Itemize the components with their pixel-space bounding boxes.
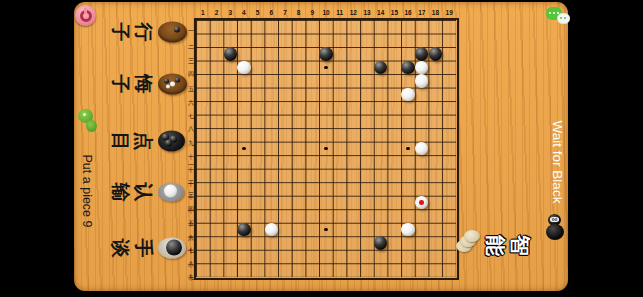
column-label: 12 [346, 9, 360, 16]
last-move-marker [419, 200, 424, 205]
black-stone-on-tray-icon [158, 238, 186, 259]
column-label: 3 [223, 9, 237, 16]
stone-white [415, 74, 428, 87]
star-point [242, 147, 246, 151]
row-label: 十四 [187, 196, 195, 210]
stone-white [401, 88, 414, 101]
column-label: 16 [401, 9, 415, 16]
row-label: 十七 [187, 236, 195, 250]
menu-item-count-points[interactable]: 点目 [109, 118, 193, 164]
bowl-of-black-stones-icon [158, 131, 185, 152]
stone-white [415, 61, 428, 74]
column-label: 9 [305, 9, 319, 16]
column-label: 1 [196, 9, 210, 16]
back-button[interactable] [75, 5, 96, 26]
status-text-right: Wait for Black [550, 121, 565, 204]
menu-label: 悔子 [109, 73, 155, 96]
stone-white [401, 223, 414, 236]
row-label: 二 [187, 33, 195, 47]
column-label: 14 [374, 9, 388, 16]
row-label: 九 [187, 128, 195, 142]
bowl-with-mixed-stones-icon [158, 74, 187, 95]
stone-black [237, 223, 250, 236]
stone-white [237, 61, 250, 74]
row-label: 六 [187, 87, 195, 101]
menu-label: 点目 [109, 130, 155, 153]
menu-item-hand-talk[interactable]: 手谈 [109, 225, 193, 271]
row-label: 四 [187, 60, 195, 74]
row-label: 十 [187, 142, 195, 156]
column-label: 6 [264, 9, 278, 16]
menu-label: 手谈 [109, 237, 155, 260]
ai-badge[interactable]: 智 能 [482, 233, 534, 259]
column-label: 10 [319, 9, 333, 16]
back-ring-notch [84, 8, 87, 13]
stone-black [401, 61, 414, 74]
row-label: 十二 [187, 169, 195, 183]
column-label: 8 [292, 9, 306, 16]
column-label: 18 [428, 9, 442, 16]
menu-item-resign[interactable]: 认输 [109, 169, 193, 215]
row-label: 十一 [187, 155, 195, 169]
star-point [324, 147, 328, 151]
row-label: 十九 [187, 263, 195, 277]
stone-black [224, 47, 237, 60]
status-text-left: Put a piece 9 [80, 155, 94, 228]
row-label: 三 [187, 47, 195, 61]
row-label: 十五 [187, 209, 195, 223]
sprout-mascot-icon [77, 109, 101, 137]
star-point [324, 66, 328, 70]
menu-item-play-stone[interactable]: 行子 [109, 9, 193, 55]
row-label: 一 [187, 20, 195, 34]
row-label: 八 [187, 114, 195, 128]
go-board[interactable]: 12345678910111213141516171819一二三四五六七八九十十… [194, 18, 459, 280]
menu-label: 认输 [109, 181, 155, 204]
row-label: 十六 [187, 223, 195, 237]
column-label: 5 [251, 9, 265, 16]
row-label: 十三 [187, 182, 195, 196]
black-stone-mascot-icon: oo [544, 214, 566, 250]
stone-black [319, 47, 332, 60]
column-label: 11 [333, 9, 347, 16]
menu-item-undo[interactable]: 悔子 [109, 61, 193, 107]
stone-black [415, 47, 428, 60]
bowl-with-black-stone-icon [158, 22, 187, 43]
column-label: 19 [442, 9, 456, 16]
wechat-icon[interactable] [546, 7, 570, 25]
column-label: 15 [387, 9, 401, 16]
app-screen: Put a piece 9 Wait for Black 行子 悔子 点目 [0, 0, 643, 297]
row-label: 五 [187, 74, 195, 88]
column-label: 13 [360, 9, 374, 16]
stone-white [415, 142, 428, 155]
row-label: 七 [187, 101, 195, 115]
go-board-grid[interactable]: 12345678910111213141516171819一二三四五六七八九十十… [196, 20, 456, 277]
column-label: 7 [278, 9, 292, 16]
star-point [324, 228, 328, 232]
star-point [406, 147, 410, 151]
stone-black [374, 236, 387, 249]
white-stone-pile-icon [456, 230, 480, 255]
column-label: 17 [415, 9, 429, 16]
white-stone-on-tray-icon [158, 183, 184, 202]
column-label: 4 [237, 9, 251, 16]
column-label: 2 [210, 9, 224, 16]
row-label: 十八 [187, 250, 195, 264]
stone-white [415, 196, 428, 209]
stone-black [374, 61, 387, 74]
menu-label: 行子 [109, 21, 155, 44]
stone-black [429, 47, 442, 60]
stone-white [265, 223, 278, 236]
